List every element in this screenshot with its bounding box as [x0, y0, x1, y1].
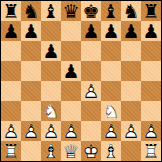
- piece-black-rook: ♜: [1, 1, 21, 21]
- white-queen-outline: ♕: [61, 141, 81, 161]
- square-d2[interactable]: ♟♙: [61, 121, 81, 141]
- black-bishop-glyph: ♝: [41, 1, 61, 21]
- piece-black-pawn: ♟: [21, 21, 41, 41]
- piece-black-queen: ♛: [61, 1, 81, 21]
- square-e1[interactable]: ♚♔: [81, 141, 101, 161]
- piece-black-pawn: ♟: [41, 41, 61, 61]
- square-e3[interactable]: [81, 101, 101, 121]
- piece-white-knight: ♞♘: [101, 101, 121, 121]
- square-h1[interactable]: ♜♖: [141, 141, 161, 161]
- square-b8[interactable]: ♞: [21, 1, 41, 21]
- square-f8[interactable]: ♝: [101, 1, 121, 21]
- square-e2[interactable]: [81, 121, 101, 141]
- square-f6[interactable]: [101, 41, 121, 61]
- square-e8[interactable]: ♚: [81, 1, 101, 21]
- square-d6[interactable]: [61, 41, 81, 61]
- square-g3[interactable]: [121, 101, 141, 121]
- square-c5[interactable]: [41, 61, 61, 81]
- white-pawn-outline: ♙: [81, 81, 101, 101]
- piece-white-bishop: ♝♗: [41, 141, 61, 161]
- black-pawn-glyph: ♟: [1, 21, 21, 41]
- white-pawn-outline: ♙: [21, 121, 41, 141]
- square-a1[interactable]: ♜♖: [1, 141, 21, 161]
- square-h3[interactable]: [141, 101, 161, 121]
- square-h6[interactable]: [141, 41, 161, 61]
- square-f4[interactable]: [101, 81, 121, 101]
- square-f7[interactable]: ♟: [101, 21, 121, 41]
- piece-white-pawn: ♟♙: [41, 121, 61, 141]
- square-g6[interactable]: [121, 41, 141, 61]
- square-e7[interactable]: ♟: [81, 21, 101, 41]
- black-bishop-glyph: ♝: [101, 1, 121, 21]
- chess-board: ♜♞♝♛♚♝♞♜♟♟♟♟♟♟♟♟♟♙♞♘♞♘♟♙♟♙♟♙♟♙♟♙♟♙♟♙♜♖♝♗…: [0, 0, 162, 162]
- piece-black-bishop: ♝: [41, 1, 61, 21]
- black-rook-glyph: ♜: [1, 1, 21, 21]
- square-h7[interactable]: ♟: [141, 21, 161, 41]
- piece-white-knight: ♞♘: [41, 101, 61, 121]
- square-c8[interactable]: ♝: [41, 1, 61, 21]
- square-b6[interactable]: [21, 41, 41, 61]
- square-b5[interactable]: [21, 61, 41, 81]
- piece-black-pawn: ♟: [121, 21, 141, 41]
- piece-black-pawn: ♟: [61, 61, 81, 81]
- square-b1[interactable]: [21, 141, 41, 161]
- white-pawn-outline: ♙: [121, 121, 141, 141]
- square-b2[interactable]: ♟♙: [21, 121, 41, 141]
- square-c4[interactable]: [41, 81, 61, 101]
- piece-white-bishop: ♝♗: [101, 141, 121, 161]
- square-c1[interactable]: ♝♗: [41, 141, 61, 161]
- square-e4[interactable]: ♟♙: [81, 81, 101, 101]
- piece-white-rook: ♜♖: [141, 141, 161, 161]
- square-a3[interactable]: [1, 101, 21, 121]
- square-g8[interactable]: ♞: [121, 1, 141, 21]
- square-a2[interactable]: ♟♙: [1, 121, 21, 141]
- piece-black-pawn: ♟: [101, 21, 121, 41]
- square-f5[interactable]: [101, 61, 121, 81]
- piece-white-pawn: ♟♙: [121, 121, 141, 141]
- square-f2[interactable]: ♟♙: [101, 121, 121, 141]
- square-g7[interactable]: ♟: [121, 21, 141, 41]
- square-c3[interactable]: ♞♘: [41, 101, 61, 121]
- piece-black-bishop: ♝: [101, 1, 121, 21]
- square-b3[interactable]: [21, 101, 41, 121]
- black-rook-glyph: ♜: [141, 1, 161, 21]
- white-pawn-outline: ♙: [61, 121, 81, 141]
- white-knight-outline: ♘: [101, 101, 121, 121]
- square-d3[interactable]: [61, 101, 81, 121]
- square-c2[interactable]: ♟♙: [41, 121, 61, 141]
- black-knight-glyph: ♞: [121, 1, 141, 21]
- piece-white-pawn: ♟♙: [81, 81, 101, 101]
- black-pawn-glyph: ♟: [101, 21, 121, 41]
- black-pawn-glyph: ♟: [61, 61, 81, 81]
- black-knight-glyph: ♞: [21, 1, 41, 21]
- piece-black-pawn: ♟: [141, 21, 161, 41]
- piece-white-pawn: ♟♙: [1, 121, 21, 141]
- piece-white-queen: ♛♕: [61, 141, 81, 161]
- square-e5[interactable]: [81, 61, 101, 81]
- piece-white-rook: ♜♖: [1, 141, 21, 161]
- square-h8[interactable]: ♜: [141, 1, 161, 21]
- white-pawn-outline: ♙: [1, 121, 21, 141]
- black-king-glyph: ♚: [81, 1, 101, 21]
- square-g1[interactable]: [121, 141, 141, 161]
- white-pawn-outline: ♙: [141, 121, 161, 141]
- black-pawn-glyph: ♟: [21, 21, 41, 41]
- square-b7[interactable]: ♟: [21, 21, 41, 41]
- piece-white-pawn: ♟♙: [141, 121, 161, 141]
- white-rook-outline: ♖: [141, 141, 161, 161]
- piece-black-knight: ♞: [21, 1, 41, 21]
- square-a5[interactable]: [1, 61, 21, 81]
- white-rook-outline: ♖: [1, 141, 21, 161]
- square-h5[interactable]: [141, 61, 161, 81]
- square-h2[interactable]: ♟♙: [141, 121, 161, 141]
- square-c6[interactable]: ♟: [41, 41, 61, 61]
- white-knight-outline: ♘: [41, 101, 61, 121]
- piece-black-king: ♚: [81, 1, 101, 21]
- square-g5[interactable]: [121, 61, 141, 81]
- black-pawn-glyph: ♟: [41, 41, 61, 61]
- square-c7[interactable]: [41, 21, 61, 41]
- white-pawn-outline: ♙: [41, 121, 61, 141]
- square-a6[interactable]: [1, 41, 21, 61]
- piece-white-pawn: ♟♙: [21, 121, 41, 141]
- black-queen-glyph: ♛: [61, 1, 81, 21]
- piece-white-pawn: ♟♙: [61, 121, 81, 141]
- square-a8[interactable]: ♜: [1, 1, 21, 21]
- piece-white-king: ♚♔: [81, 141, 101, 161]
- square-h4[interactable]: [141, 81, 161, 101]
- square-g4[interactable]: [121, 81, 141, 101]
- piece-white-pawn: ♟♙: [101, 121, 121, 141]
- black-pawn-glyph: ♟: [141, 21, 161, 41]
- black-pawn-glyph: ♟: [121, 21, 141, 41]
- square-f3[interactable]: ♞♘: [101, 101, 121, 121]
- square-a4[interactable]: [1, 81, 21, 101]
- square-d4[interactable]: [61, 81, 81, 101]
- piece-black-rook: ♜: [141, 1, 161, 21]
- square-f1[interactable]: ♝♗: [101, 141, 121, 161]
- black-pawn-glyph: ♟: [81, 21, 101, 41]
- piece-black-knight: ♞: [121, 1, 141, 21]
- white-bishop-outline: ♗: [101, 141, 121, 161]
- square-g2[interactable]: ♟♙: [121, 121, 141, 141]
- square-b4[interactable]: [21, 81, 41, 101]
- white-pawn-outline: ♙: [101, 121, 121, 141]
- square-d8[interactable]: ♛: [61, 1, 81, 21]
- square-a7[interactable]: ♟: [1, 21, 21, 41]
- white-bishop-outline: ♗: [41, 141, 61, 161]
- piece-black-pawn: ♟: [1, 21, 21, 41]
- square-d1[interactable]: ♛♕: [61, 141, 81, 161]
- square-d7[interactable]: [61, 21, 81, 41]
- square-d5[interactable]: ♟: [61, 61, 81, 81]
- piece-black-pawn: ♟: [81, 21, 101, 41]
- white-king-outline: ♔: [81, 141, 101, 161]
- square-e6[interactable]: [81, 41, 101, 61]
